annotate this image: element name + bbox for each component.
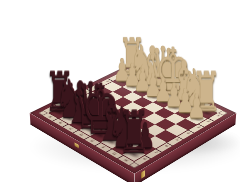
frame-corner [38, 110, 48, 115]
scene: ABCDEFGH ABCDEFGH 12345678 12345678 ♜♞♝♛… [0, 0, 240, 182]
frame-corner [129, 162, 140, 168]
brass-hinge [74, 142, 78, 148]
black-rook: ♜ [118, 104, 150, 162]
brass-clasp [141, 170, 145, 179]
product-photo-stage: ABCDEFGH ABCDEFGH 12345678 12345678 ♜♞♝♛… [0, 0, 240, 182]
chess-board: ABCDEFGH ABCDEFGH 12345678 12345678 ♜♞♝♛… [30, 63, 236, 174]
frame-corner [218, 110, 228, 115]
coordinate-label: 5 [167, 137, 182, 146]
white-pawn: ♟ [187, 89, 206, 122]
